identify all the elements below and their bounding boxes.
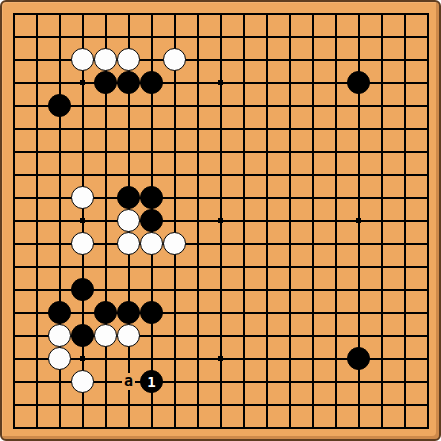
point-label-a: a xyxy=(117,370,140,393)
go-board: 1 a xyxy=(0,0,441,441)
labels-layer: a xyxy=(2,2,439,439)
